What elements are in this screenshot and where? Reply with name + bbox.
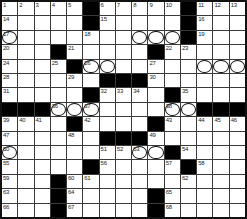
clue-number: 47 — [3, 132, 9, 138]
clue-number: 36 — [52, 103, 58, 109]
clue-number: 37 — [84, 103, 90, 109]
cell-r11c9[interactable]: 53 — [132, 146, 147, 159]
cell-r13c1[interactable]: 59 — [2, 175, 17, 188]
cell-r12c4[interactable] — [51, 160, 66, 173]
clue-number: 8 — [133, 2, 136, 8]
cell-r7c10[interactable] — [148, 88, 163, 101]
cell-r15c14[interactable] — [213, 204, 228, 217]
cell-r12c2[interactable] — [18, 160, 33, 173]
black-cell — [83, 16, 98, 29]
clue-number: 4 — [52, 2, 55, 8]
black-cell — [116, 74, 131, 87]
clue-number: 39 — [3, 117, 9, 123]
clue-number: 60 — [68, 175, 74, 181]
clue-number: 6 — [101, 2, 104, 8]
clue-number: 7 — [117, 2, 120, 8]
cell-r13c7[interactable] — [100, 175, 115, 188]
cell-r10c15[interactable] — [230, 132, 245, 145]
clue-number: 51 — [101, 146, 107, 152]
cell-r7c12[interactable]: 35 — [181, 88, 196, 101]
clue-number: 57 — [166, 160, 172, 166]
clue-number: 1 — [3, 2, 6, 8]
cell-r5c12[interactable] — [181, 60, 196, 73]
cell-r12c3[interactable] — [35, 160, 50, 173]
cell-r3c9[interactable] — [132, 31, 147, 44]
cell-r8c8[interactable] — [116, 103, 131, 116]
clue-number: 23 — [182, 45, 188, 51]
black-cell — [83, 88, 98, 101]
cell-r2c2[interactable] — [18, 16, 33, 29]
cell-r4c7[interactable] — [100, 45, 115, 58]
cell-r9c9[interactable] — [132, 117, 147, 130]
clue-number: 59 — [3, 175, 9, 181]
cell-r12c15[interactable] — [230, 160, 245, 173]
clue-number: 64 — [68, 189, 74, 195]
cell-r6c5[interactable]: 29 — [67, 74, 82, 87]
cell-r1c8[interactable]: 7 — [116, 2, 131, 15]
cell-r8c9[interactable] — [132, 103, 147, 116]
cell-r11c1[interactable]: 50 — [2, 146, 17, 159]
cell-r11c3[interactable] — [35, 146, 50, 159]
circle-marker — [165, 31, 180, 44]
cell-r1c5[interactable]: 5 — [67, 2, 82, 15]
cell-r2c7[interactable]: 15 — [100, 16, 115, 29]
black-cell — [181, 31, 196, 44]
cell-r6c12[interactable] — [181, 74, 196, 87]
black-cell — [83, 160, 98, 173]
cell-r8c7[interactable] — [100, 103, 115, 116]
clue-number: 15 — [101, 16, 107, 22]
black-cell — [51, 45, 66, 58]
cell-r13c8[interactable] — [116, 175, 131, 188]
clue-number: 34 — [133, 88, 139, 94]
cell-r10c1[interactable]: 47 — [2, 132, 17, 145]
black-cell — [51, 204, 66, 217]
cell-r5c2[interactable] — [18, 60, 33, 73]
cell-r11c13[interactable] — [197, 146, 212, 159]
cell-r11c5[interactable] — [67, 146, 82, 159]
clue-number: 25 — [52, 60, 58, 66]
black-cell — [100, 132, 115, 145]
cell-r13c10[interactable] — [148, 175, 163, 188]
black-cell — [51, 175, 66, 188]
cell-r7c2[interactable] — [18, 88, 33, 101]
black-cell — [67, 60, 82, 73]
clue-number: 18 — [84, 31, 90, 37]
black-cell — [165, 88, 180, 101]
cell-r12c10[interactable] — [148, 160, 163, 173]
cell-r15c2[interactable] — [18, 204, 33, 217]
cell-r13c15[interactable] — [230, 175, 245, 188]
cell-r13c9[interactable] — [132, 175, 147, 188]
cell-r4c2[interactable] — [18, 45, 33, 58]
cell-r3c5[interactable] — [67, 31, 82, 44]
cell-r14c6[interactable] — [83, 189, 98, 202]
black-cell — [148, 45, 163, 58]
cell-r2c10[interactable] — [148, 16, 163, 29]
cell-r14c14[interactable] — [213, 189, 228, 202]
cell-r1c11[interactable]: 10 — [165, 2, 180, 15]
clue-number: 28 — [3, 74, 9, 80]
clue-number: 55 — [3, 160, 9, 166]
cell-r12c11[interactable]: 57 — [165, 160, 180, 173]
cell-r12c7[interactable]: 56 — [100, 160, 115, 173]
black-cell — [51, 189, 66, 202]
cell-r8c12[interactable] — [181, 103, 196, 116]
cell-r4c6[interactable] — [83, 45, 98, 58]
cell-r15c9[interactable] — [132, 204, 147, 217]
cell-r6c11[interactable] — [165, 74, 180, 87]
cell-r14c1[interactable]: 63 — [2, 189, 17, 202]
clue-number: 67 — [68, 204, 74, 210]
cell-r6c13[interactable] — [197, 74, 212, 87]
clue-number: 48 — [68, 132, 74, 138]
clue-number: 20 — [3, 45, 9, 51]
cell-r13c6[interactable]: 61 — [83, 175, 98, 188]
cell-r5c15[interactable] — [230, 60, 245, 73]
cell-r10c12[interactable] — [181, 132, 196, 145]
cell-r2c8[interactable] — [116, 16, 131, 29]
cell-r6c6[interactable] — [83, 74, 98, 87]
cell-r12c8[interactable] — [116, 160, 131, 173]
cell-r1c14[interactable]: 12 — [213, 2, 228, 15]
cell-r15c8[interactable] — [116, 204, 131, 217]
circle-marker — [230, 60, 245, 73]
cell-r3c8[interactable] — [116, 31, 131, 44]
cell-r5c6[interactable]: 26 — [83, 60, 98, 73]
black-cell — [181, 16, 196, 29]
cell-r12c14[interactable] — [213, 160, 228, 173]
cell-r1c4[interactable]: 4 — [51, 2, 66, 15]
cell-r4c15[interactable] — [230, 45, 245, 58]
cell-r4c8[interactable] — [116, 45, 131, 58]
clue-number: 19 — [198, 31, 204, 37]
cell-r3c4[interactable] — [51, 31, 66, 44]
clue-number: 29 — [68, 74, 74, 80]
cell-r14c2[interactable] — [18, 189, 33, 202]
cell-r7c15[interactable] — [230, 88, 245, 101]
cell-r8c10[interactable] — [148, 103, 163, 116]
cell-r15c11[interactable]: 68 — [165, 204, 180, 217]
cell-r3c6[interactable]: 18 — [83, 31, 98, 44]
circle-marker — [213, 60, 228, 73]
cell-r4c14[interactable] — [213, 45, 228, 58]
cell-r5c1[interactable]: 24 — [2, 60, 17, 73]
clue-number: 32 — [101, 88, 107, 94]
cell-r14c8[interactable] — [116, 189, 131, 202]
cell-r3c3[interactable] — [35, 31, 50, 44]
cell-r3c11[interactable] — [165, 31, 180, 44]
clue-number: 22 — [166, 45, 172, 51]
cell-r12c9[interactable] — [132, 160, 147, 173]
cell-r13c3[interactable] — [35, 175, 50, 188]
circle-marker — [132, 31, 147, 44]
clue-number: 45 — [214, 117, 220, 123]
cell-r11c14[interactable] — [213, 146, 228, 159]
cell-r2c5[interactable] — [67, 16, 82, 29]
clue-number: 46 — [231, 117, 237, 123]
cell-r5c10[interactable]: 27 — [148, 60, 163, 73]
cell-r12c13[interactable]: 58 — [197, 160, 212, 173]
cell-r5c9[interactable] — [132, 60, 147, 73]
circle-marker — [181, 103, 196, 116]
cell-r15c5[interactable]: 67 — [67, 204, 82, 217]
cell-r13c13[interactable] — [197, 175, 212, 188]
cell-r4c1[interactable]: 20 — [2, 45, 17, 58]
cell-r11c4[interactable] — [51, 146, 66, 159]
cell-r7c7[interactable]: 32 — [100, 88, 115, 101]
cell-r10c13[interactable] — [197, 132, 212, 145]
black-cell — [2, 103, 17, 116]
clue-number: 66 — [3, 204, 9, 210]
cell-r4c3[interactable] — [35, 45, 50, 58]
black-cell — [132, 74, 147, 87]
cell-r1c10[interactable]: 9 — [148, 2, 163, 15]
black-cell — [100, 74, 115, 87]
cell-r9c8[interactable] — [116, 117, 131, 130]
cell-r9c12[interactable] — [181, 117, 196, 130]
clue-number: 12 — [214, 2, 220, 8]
black-cell — [148, 117, 163, 130]
cell-r5c13[interactable] — [197, 60, 212, 73]
cell-r10c6[interactable] — [83, 132, 98, 145]
clue-number: 17 — [3, 31, 9, 37]
cell-r10c11[interactable] — [165, 132, 180, 145]
circle-marker — [148, 31, 163, 44]
cell-r4c11[interactable]: 22 — [165, 45, 180, 58]
cell-r14c9[interactable] — [132, 189, 147, 202]
cell-r9c13[interactable]: 44 — [197, 117, 212, 130]
clue-number: 24 — [3, 60, 9, 66]
clue-number: 10 — [166, 2, 172, 8]
cell-r15c3[interactable] — [35, 204, 50, 217]
clue-number: 26 — [84, 60, 90, 66]
black-cell — [67, 117, 82, 130]
cell-r3c2[interactable] — [18, 31, 33, 44]
clue-number: 65 — [166, 189, 172, 195]
black-cell — [230, 103, 245, 116]
cell-r11c8[interactable]: 52 — [116, 146, 131, 159]
cell-r11c12[interactable]: 54 — [181, 146, 196, 159]
clue-number: 2 — [19, 2, 22, 8]
black-cell — [83, 2, 98, 15]
clue-number: 52 — [117, 146, 123, 152]
black-cell — [148, 204, 163, 217]
cell-r13c5[interactable]: 60 — [67, 175, 82, 188]
cell-r1c2[interactable]: 2 — [18, 2, 33, 15]
cell-r5c14[interactable] — [213, 60, 228, 73]
cell-r11c6[interactable] — [83, 146, 98, 159]
cell-r5c3[interactable] — [35, 60, 50, 73]
black-cell — [132, 132, 147, 145]
cell-r12c1[interactable]: 55 — [2, 160, 17, 173]
black-cell — [213, 103, 228, 116]
cell-r13c2[interactable] — [18, 175, 33, 188]
cell-r15c6[interactable] — [83, 204, 98, 217]
cell-r5c4[interactable]: 25 — [51, 60, 66, 73]
black-cell — [197, 103, 212, 116]
cell-r3c10[interactable] — [148, 31, 163, 44]
clue-number: 38 — [166, 103, 172, 109]
clue-number: 35 — [182, 88, 188, 94]
cell-r7c4[interactable] — [51, 88, 66, 101]
cell-r14c15[interactable] — [230, 189, 245, 202]
clue-number: 27 — [149, 60, 155, 66]
cell-r7c5[interactable] — [67, 88, 82, 101]
cell-r15c15[interactable] — [230, 204, 245, 217]
clue-number: 21 — [68, 45, 74, 51]
clue-number: 58 — [198, 160, 204, 166]
clue-number: 41 — [36, 117, 42, 123]
cell-r5c7[interactable] — [100, 60, 115, 73]
cell-r3c14[interactable] — [213, 31, 228, 44]
cell-r7c3[interactable] — [35, 88, 50, 101]
cell-r7c14[interactable] — [213, 88, 228, 101]
clue-number: 30 — [149, 74, 155, 80]
cell-r8c5[interactable] — [67, 103, 82, 116]
cell-r11c2[interactable] — [18, 146, 33, 159]
cell-r6c4[interactable] — [51, 74, 66, 87]
cell-r7c1[interactable]: 31 — [2, 88, 17, 101]
clue-number: 5 — [68, 2, 71, 8]
cell-r11c15[interactable] — [230, 146, 245, 159]
cell-r4c12[interactable]: 23 — [181, 45, 196, 58]
clue-number: 44 — [198, 117, 204, 123]
cell-r14c7[interactable] — [100, 189, 115, 202]
cell-r12c5[interactable] — [67, 160, 82, 173]
clue-number: 62 — [182, 175, 188, 181]
cell-r11c7[interactable]: 51 — [100, 146, 115, 159]
cell-r2c1[interactable]: 14 — [2, 16, 17, 29]
clue-number: 13 — [231, 2, 237, 8]
cell-r3c13[interactable]: 19 — [197, 31, 212, 44]
cell-r2c13[interactable]: 16 — [197, 16, 212, 29]
clue-number: 9 — [149, 2, 152, 8]
black-cell — [35, 103, 50, 116]
cell-r11c10[interactable] — [148, 146, 163, 159]
clue-number: 63 — [3, 189, 9, 195]
cell-r10c4[interactable] — [51, 132, 66, 145]
cell-r9c15[interactable]: 46 — [230, 117, 245, 130]
cell-r6c15[interactable] — [230, 74, 245, 87]
cell-r3c1[interactable]: 17 — [2, 31, 17, 44]
cell-r8c11[interactable]: 38 — [165, 103, 180, 116]
cell-r10c2[interactable] — [18, 132, 33, 145]
cell-r13c12[interactable]: 62 — [181, 175, 196, 188]
cell-r9c1[interactable]: 39 — [2, 117, 17, 130]
clue-number: 40 — [19, 117, 25, 123]
cell-r4c9[interactable] — [132, 45, 147, 58]
cell-r5c8[interactable] — [116, 60, 131, 73]
cell-r6c2[interactable] — [18, 74, 33, 87]
cell-r15c7[interactable] — [100, 204, 115, 217]
cell-r7c13[interactable] — [197, 88, 212, 101]
cell-r10c3[interactable] — [35, 132, 50, 145]
cell-r8c6[interactable]: 37 — [83, 103, 98, 116]
cell-r1c9[interactable]: 8 — [132, 2, 147, 15]
clue-number: 61 — [84, 175, 90, 181]
cell-r7c9[interactable]: 34 — [132, 88, 147, 101]
cell-r14c12[interactable] — [181, 189, 196, 202]
clue-number: 16 — [198, 16, 204, 22]
cell-r6c10[interactable]: 30 — [148, 74, 163, 87]
clue-number: 31 — [3, 88, 9, 94]
black-cell — [148, 189, 163, 202]
cell-r13c11[interactable] — [165, 175, 180, 188]
cell-r8c4[interactable]: 36 — [51, 103, 66, 116]
cell-r2c4[interactable] — [51, 16, 66, 29]
clue-number: 68 — [166, 204, 172, 210]
clue-number: 49 — [149, 132, 155, 138]
cell-r5c11[interactable] — [165, 60, 180, 73]
cell-r6c14[interactable] — [213, 74, 228, 87]
cell-r3c7[interactable] — [100, 31, 115, 44]
cell-r15c12[interactable] — [181, 204, 196, 217]
cell-r2c11[interactable] — [165, 16, 180, 29]
cell-r10c10[interactable]: 49 — [148, 132, 163, 145]
cell-r1c1[interactable]: 1 — [2, 2, 17, 15]
cell-r1c3[interactable]: 3 — [35, 2, 50, 15]
cell-r6c3[interactable] — [35, 74, 50, 87]
cell-r9c11[interactable]: 43 — [165, 117, 180, 130]
cell-r9c7[interactable] — [100, 117, 115, 130]
cell-r9c14[interactable]: 45 — [213, 117, 228, 130]
cell-r10c5[interactable]: 48 — [67, 132, 82, 145]
cell-r9c6[interactable]: 42 — [83, 117, 98, 130]
cell-r1c15[interactable]: 13 — [230, 2, 245, 15]
clue-number: 3 — [36, 2, 39, 8]
cell-r3c15[interactable] — [230, 31, 245, 44]
cell-r7c8[interactable]: 33 — [116, 88, 131, 101]
cell-r14c3[interactable] — [35, 189, 50, 202]
cell-r6c1[interactable]: 28 — [2, 74, 17, 87]
cell-r14c11[interactable]: 65 — [165, 189, 180, 202]
cell-r15c1[interactable]: 66 — [2, 204, 17, 217]
crossword-board: 1234567891011121314151617181920212223242… — [0, 0, 247, 219]
cell-r9c4[interactable] — [51, 117, 66, 130]
circle-marker — [67, 103, 82, 116]
cell-r9c2[interactable]: 40 — [18, 117, 33, 130]
cell-r13c14[interactable] — [213, 175, 228, 188]
cell-r4c13[interactable] — [197, 45, 212, 58]
clue-number: 11 — [198, 2, 204, 8]
clue-number: 56 — [101, 160, 107, 166]
circle-marker — [148, 146, 163, 159]
cell-r15c13[interactable] — [197, 204, 212, 217]
cell-r14c5[interactable]: 64 — [67, 189, 82, 202]
cell-r9c3[interactable]: 41 — [35, 117, 50, 130]
black-cell — [18, 103, 33, 116]
cell-r14c13[interactable] — [197, 189, 212, 202]
circle-marker — [100, 60, 115, 73]
cell-r10c14[interactable] — [213, 132, 228, 145]
cell-r2c9[interactable] — [132, 16, 147, 29]
cell-r1c13[interactable]: 11 — [197, 2, 212, 15]
black-cell — [181, 2, 196, 15]
black-cell — [116, 132, 131, 145]
cell-r1c7[interactable]: 6 — [100, 2, 115, 15]
black-cell — [181, 160, 196, 173]
clue-number: 33 — [117, 88, 123, 94]
clue-number: 50 — [3, 146, 9, 152]
cell-r4c5[interactable]: 21 — [67, 45, 82, 58]
clue-number: 53 — [133, 146, 139, 152]
cell-r2c14[interactable] — [213, 16, 228, 29]
cell-r2c15[interactable] — [230, 16, 245, 29]
circle-marker — [197, 60, 212, 73]
clue-number: 43 — [166, 117, 172, 123]
cell-r2c3[interactable] — [35, 16, 50, 29]
